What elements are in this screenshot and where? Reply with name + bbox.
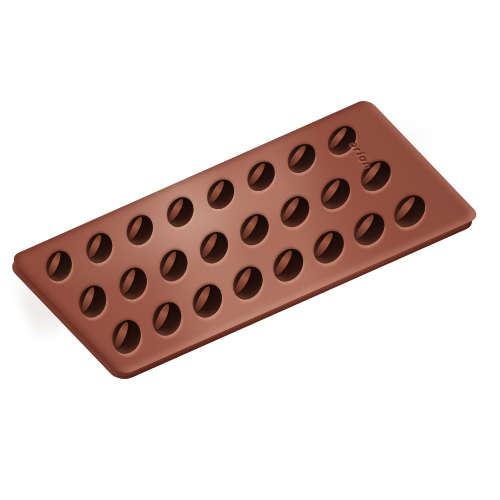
- bean-crease-ridge: [192, 285, 212, 313]
- bean-cavity: [235, 211, 273, 249]
- bean-crease-ridge: [199, 233, 219, 260]
- bean-cavity: [76, 283, 110, 321]
- bean-cavity: [228, 263, 267, 303]
- bean-crease-ridge: [286, 144, 308, 169]
- bean-crease-ridge: [326, 126, 349, 150]
- bean-cavity: [388, 191, 431, 231]
- cavity-grid: [22, 114, 447, 364]
- bean-crease-ridge: [79, 286, 96, 313]
- bean-crease-ridge: [319, 179, 342, 205]
- bean-crease-ridge: [166, 198, 185, 223]
- bean-cavity: [203, 176, 239, 212]
- bean-crease-ridge: [206, 180, 226, 205]
- bean-crease-ridge: [119, 268, 137, 295]
- bean-cavity: [83, 230, 116, 266]
- bean-cavity: [123, 212, 157, 248]
- bean-crease-ridge: [112, 321, 130, 350]
- bean-cavity: [268, 245, 308, 285]
- bean-cavity: [283, 140, 321, 176]
- bean-crease-ridge: [352, 214, 376, 241]
- bean-crease-ridge: [392, 196, 417, 223]
- bean-crease-ridge: [232, 267, 253, 295]
- bean-crease-ridge: [312, 231, 335, 258]
- bean-crease-ridge: [239, 215, 260, 241]
- bean-crease-ridge: [152, 303, 171, 331]
- bean-cavity: [149, 299, 186, 339]
- bean-cavity: [315, 175, 355, 213]
- product-photo: orion: [0, 0, 500, 500]
- bean-crease-ridge: [126, 216, 144, 241]
- bean-cavity: [43, 248, 75, 284]
- bean-cavity: [156, 247, 192, 285]
- bean-cavity: [275, 193, 314, 231]
- bean-cavity: [109, 317, 145, 357]
- bean-cavity: [188, 281, 226, 321]
- bean-cavity: [243, 158, 280, 194]
- bean-cavity: [163, 194, 198, 230]
- bean-cavity: [116, 265, 151, 303]
- bean-crease-ridge: [46, 252, 63, 278]
- bean-crease-ridge: [159, 250, 178, 277]
- bean-crease-ridge: [86, 234, 103, 260]
- bean-cavity: [195, 229, 232, 267]
- bean-crease-ridge: [272, 249, 294, 277]
- bean-crease-ridge: [279, 197, 301, 223]
- bean-crease-ridge: [246, 162, 267, 187]
